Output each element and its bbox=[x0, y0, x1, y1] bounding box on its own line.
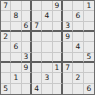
cell-r2c2[interactable]: 8 bbox=[11, 11, 21, 21]
cell-r9c4[interactable]: 4 bbox=[32, 84, 42, 94]
cell-r2c5[interactable]: 4 bbox=[42, 11, 52, 21]
cell-r9c3[interactable] bbox=[22, 84, 32, 94]
cell-r1c5[interactable] bbox=[42, 1, 52, 11]
cell-r7c5[interactable] bbox=[42, 63, 52, 73]
cell-r4c9[interactable] bbox=[84, 32, 94, 42]
cell-r6c2[interactable] bbox=[11, 53, 21, 63]
cell-r6c6[interactable] bbox=[53, 53, 63, 63]
cell-r1c4[interactable] bbox=[32, 1, 42, 11]
cell-r4c5[interactable] bbox=[42, 32, 52, 42]
cell-r6c4[interactable] bbox=[32, 53, 42, 63]
cell-r5c6[interactable] bbox=[53, 42, 63, 52]
cell-r4c7[interactable]: 9 bbox=[63, 32, 73, 42]
cell-r9c8[interactable] bbox=[73, 84, 83, 94]
cell-r3c1[interactable] bbox=[1, 22, 11, 32]
cell-r8c3[interactable] bbox=[22, 73, 32, 83]
cell-r5c5[interactable] bbox=[42, 42, 52, 52]
sudoku-board: 791846673296435917132546 bbox=[0, 0, 95, 95]
cell-r8c8[interactable]: 2 bbox=[73, 73, 83, 83]
cell-r7c9[interactable] bbox=[84, 63, 94, 73]
cell-r1c9[interactable]: 1 bbox=[84, 1, 94, 11]
cell-r2c6[interactable] bbox=[53, 11, 63, 21]
cell-r9c6[interactable] bbox=[53, 84, 63, 94]
cell-r4c1[interactable]: 2 bbox=[1, 32, 11, 42]
cell-r5c2[interactable]: 6 bbox=[11, 42, 21, 52]
cell-r9c9[interactable]: 6 bbox=[84, 84, 94, 94]
cell-r3c6[interactable] bbox=[53, 22, 63, 32]
cell-r1c7[interactable] bbox=[63, 1, 73, 11]
cell-r2c1[interactable] bbox=[1, 11, 11, 21]
cell-r9c1[interactable]: 5 bbox=[1, 84, 11, 94]
cell-r9c2[interactable] bbox=[11, 84, 21, 94]
cell-r8c2[interactable]: 1 bbox=[11, 73, 21, 83]
cell-r4c6[interactable] bbox=[53, 32, 63, 42]
cell-r3c7[interactable]: 3 bbox=[63, 22, 73, 32]
cell-r9c5[interactable] bbox=[42, 84, 52, 94]
cell-r8c7[interactable] bbox=[63, 73, 73, 83]
cell-r7c4[interactable] bbox=[32, 63, 42, 73]
cell-r8c6[interactable] bbox=[53, 73, 63, 83]
cell-r4c3[interactable] bbox=[22, 32, 32, 42]
cell-r6c8[interactable] bbox=[73, 53, 83, 63]
cell-r5c7[interactable] bbox=[63, 42, 73, 52]
cell-r8c1[interactable] bbox=[1, 73, 11, 83]
cell-r8c5[interactable]: 3 bbox=[42, 73, 52, 83]
cell-r8c9[interactable] bbox=[84, 73, 94, 83]
cell-r1c6[interactable]: 9 bbox=[53, 1, 63, 11]
cell-r3c9[interactable] bbox=[84, 22, 94, 32]
cell-r7c1[interactable] bbox=[1, 63, 11, 73]
cell-r1c2[interactable] bbox=[11, 1, 21, 11]
cell-r6c5[interactable] bbox=[42, 53, 52, 63]
cell-r6c1[interactable] bbox=[1, 53, 11, 63]
cell-r7c8[interactable] bbox=[73, 63, 83, 73]
cell-r5c4[interactable] bbox=[32, 42, 42, 52]
cell-r2c9[interactable] bbox=[84, 11, 94, 21]
cell-r5c8[interactable]: 4 bbox=[73, 42, 83, 52]
cell-r9c7[interactable] bbox=[63, 84, 73, 94]
cell-r3c3[interactable]: 6 bbox=[22, 22, 32, 32]
cell-r5c1[interactable] bbox=[1, 42, 11, 52]
cell-r4c8[interactable] bbox=[73, 32, 83, 42]
cell-r3c5[interactable] bbox=[42, 22, 52, 32]
cell-r6c7[interactable] bbox=[63, 53, 73, 63]
cell-r2c8[interactable]: 6 bbox=[73, 11, 83, 21]
cell-r7c2[interactable] bbox=[11, 63, 21, 73]
cell-r7c7[interactable]: 7 bbox=[63, 63, 73, 73]
cell-r4c4[interactable] bbox=[32, 32, 42, 42]
cell-r7c6[interactable]: 1 bbox=[53, 63, 63, 73]
cell-r6c9[interactable]: 5 bbox=[84, 53, 94, 63]
cell-r8c4[interactable] bbox=[32, 73, 42, 83]
cell-r1c1[interactable]: 7 bbox=[1, 1, 11, 11]
cell-r4c2[interactable] bbox=[11, 32, 21, 42]
cell-r3c2[interactable] bbox=[11, 22, 21, 32]
cell-r7c3[interactable]: 9 bbox=[22, 63, 32, 73]
cell-r3c8[interactable] bbox=[73, 22, 83, 32]
cell-r3c4[interactable]: 7 bbox=[32, 22, 42, 32]
cell-r1c8[interactable] bbox=[73, 1, 83, 11]
cell-r1c3[interactable] bbox=[22, 1, 32, 11]
cell-r6c3[interactable]: 3 bbox=[22, 53, 32, 63]
